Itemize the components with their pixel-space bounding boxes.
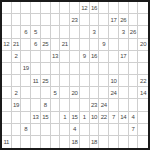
grid-cell-r12c6[interactable]	[51, 136, 61, 148]
clue-cell-r12c1[interactable]: 11	[2, 136, 12, 148]
grid-cell-r6c5[interactable]	[41, 63, 51, 75]
grid-cell-r5c5[interactable]	[41, 51, 51, 63]
grid-cell-r12c13[interactable]	[119, 136, 129, 148]
grid-cell-r6c6[interactable]	[51, 63, 61, 75]
grid-cell-r11c12[interactable]	[109, 124, 119, 136]
clue-cell-r5c13[interactable]: 17	[119, 51, 129, 63]
clue-cell-r3c13[interactable]: 3	[119, 26, 129, 38]
grid-cell-r11c10[interactable]	[90, 124, 100, 136]
grid-cell-r9c15[interactable]	[138, 99, 148, 111]
grid-cell-r8c9[interactable]	[80, 87, 90, 99]
grid-cell-r4c14[interactable]	[129, 39, 139, 51]
grid-cell-r8c10[interactable]	[90, 87, 100, 99]
clue-cell-r10c7[interactable]: 1	[60, 112, 70, 124]
clue-cell-r10c13[interactable]: 14	[119, 112, 129, 124]
grid-cell-r6c10[interactable]	[90, 63, 100, 75]
grid-cell-r7c9[interactable]	[80, 75, 90, 87]
grid-cell-r1c4[interactable]	[31, 2, 41, 14]
grid-cell-r12c14[interactable]	[129, 136, 139, 148]
grid-cell-r8c1[interactable]	[2, 87, 12, 99]
grid-cell-r5c3[interactable]	[21, 51, 31, 63]
grid-cell-r12c12[interactable]	[109, 136, 119, 148]
grid-cell-r7c13[interactable]	[119, 75, 129, 87]
grid-cell-r7c14[interactable]	[129, 75, 139, 87]
grid-cell-r12c4[interactable]	[31, 136, 41, 148]
clue-cell-r7c4[interactable]: 11	[31, 75, 41, 87]
grid-cell-r8c13[interactable]	[119, 87, 129, 99]
grid-cell-r6c7[interactable]	[60, 63, 70, 75]
grid-cell-r6c4[interactable]	[31, 63, 41, 75]
grid-cell-r1c12[interactable]	[109, 2, 119, 14]
grid-cell-r5c8[interactable]	[70, 51, 80, 63]
clue-cell-r7c5[interactable]: 25	[41, 75, 51, 87]
grid-cell-r12c3[interactable]	[21, 136, 31, 148]
grid-cell-r1c6[interactable]	[51, 2, 61, 14]
clue-cell-r4c15[interactable]: 20	[138, 39, 148, 51]
clue-cell-r5c9[interactable]: 9	[80, 51, 90, 63]
clue-cell-r8c12[interactable]: 24	[109, 87, 119, 99]
grid-cell-r10c3[interactable]	[21, 112, 31, 124]
grid-cell-r7c10[interactable]	[90, 75, 100, 87]
grid-cell-r6c2[interactable]	[12, 63, 22, 75]
grid-cell-r3c6[interactable]	[51, 26, 61, 38]
grid-cell-r5c7[interactable]	[60, 51, 70, 63]
grid-cell-r1c15[interactable]	[138, 2, 148, 14]
grid-cell-r1c7[interactable]	[60, 2, 70, 14]
clue-cell-r9c2[interactable]: 19	[12, 99, 22, 111]
clue-cell-r10c5[interactable]: 15	[41, 112, 51, 124]
grid-cell-r9c6[interactable]	[51, 99, 61, 111]
grid-cell-r8c4[interactable]	[31, 87, 41, 99]
clue-cell-r10c4[interactable]: 13	[31, 112, 41, 124]
grid-cell-r2c1[interactable]	[2, 14, 12, 26]
grid-cell-r5c1[interactable]	[2, 51, 12, 63]
numberlink-board: 1216231726653326122162521920213916171911…	[0, 0, 150, 150]
clue-cell-r1c10[interactable]: 16	[90, 2, 100, 14]
grid-cell-r9c8[interactable]	[70, 99, 80, 111]
grid-cell-r9c7[interactable]	[60, 99, 70, 111]
clue-cell-r3c3[interactable]: 6	[21, 26, 31, 38]
grid-cell-r9c13[interactable]	[119, 99, 129, 111]
grid-cell-r2c11[interactable]	[99, 14, 109, 26]
grid-cell-r3c8[interactable]	[70, 26, 80, 38]
clue-cell-r8c8[interactable]: 20	[70, 87, 80, 99]
grid-cell-r5c12[interactable]	[109, 51, 119, 63]
clue-cell-r10c11[interactable]: 22	[99, 112, 109, 124]
clue-cell-r5c6[interactable]: 13	[51, 51, 61, 63]
clue-cell-r12c10[interactable]: 18	[90, 136, 100, 148]
clue-cell-r2c13[interactable]: 26	[119, 14, 129, 26]
grid-cell-r10c1[interactable]	[2, 112, 12, 124]
grid-cell-r10c15[interactable]	[138, 112, 148, 124]
grid-cell-r1c5[interactable]	[41, 2, 51, 14]
clue-cell-r7c12[interactable]: 10	[109, 75, 119, 87]
grid-cell-r7c6[interactable]	[51, 75, 61, 87]
grid-cell-r2c10[interactable]	[90, 14, 100, 26]
grid-cell-r6c8[interactable]	[70, 63, 80, 75]
grid-cell-r2c2[interactable]	[12, 14, 22, 26]
clue-cell-r9c5[interactable]: 8	[41, 99, 51, 111]
grid-cell-r11c7[interactable]	[60, 124, 70, 136]
grid-cell-r3c11[interactable]	[99, 26, 109, 38]
grid-cell-r9c12[interactable]	[109, 99, 119, 111]
grid-cell-r6c12[interactable]	[109, 63, 119, 75]
clue-cell-r4c11[interactable]: 9	[99, 39, 109, 51]
grid-cell-r5c14[interactable]	[129, 51, 139, 63]
grid-cell-r1c14[interactable]	[129, 2, 139, 14]
grid-cell-r5c15[interactable]	[138, 51, 148, 63]
clue-cell-r3c14[interactable]: 26	[129, 26, 139, 38]
grid-cell-r4c12[interactable]	[109, 39, 119, 51]
grid-cell-r12c2[interactable]	[12, 136, 22, 148]
clue-cell-r9c10[interactable]: 23	[90, 99, 100, 111]
grid-cell-r11c4[interactable]	[31, 124, 41, 136]
clue-cell-r5c10[interactable]: 16	[90, 51, 100, 63]
grid-cell-r3c7[interactable]	[60, 26, 70, 38]
grid-cell-r9c14[interactable]	[129, 99, 139, 111]
grid-cell-r12c7[interactable]	[60, 136, 70, 148]
clue-cell-r3c10[interactable]: 3	[90, 26, 100, 38]
grid-cell-r6c14[interactable]	[129, 63, 139, 75]
grid-cell-r12c11[interactable]	[99, 136, 109, 148]
grid-cell-r7c2[interactable]	[12, 75, 22, 87]
grid-cell-r6c13[interactable]	[119, 63, 129, 75]
clue-cell-r3c4[interactable]: 5	[31, 26, 41, 38]
grid-cell-r11c15[interactable]	[138, 124, 148, 136]
grid-cell-r3c5[interactable]	[41, 26, 51, 38]
clue-cell-r6c3[interactable]: 19	[21, 63, 31, 75]
grid-cell-r1c13[interactable]	[119, 2, 129, 14]
clue-cell-r12c8[interactable]: 18	[70, 136, 80, 148]
grid-cell-r7c3[interactable]	[21, 75, 31, 87]
clue-cell-r4c1[interactable]: 12	[2, 39, 12, 51]
grid-cell-r1c8[interactable]	[70, 2, 80, 14]
grid-cell-r1c1[interactable]	[2, 2, 12, 14]
grid-cell-r3c12[interactable]	[109, 26, 119, 38]
clue-cell-r11c8[interactable]: 4	[70, 124, 80, 136]
grid-cell-r7c1[interactable]	[2, 75, 12, 87]
grid-cell-r8c14[interactable]	[129, 87, 139, 99]
grid-cell-r9c3[interactable]	[21, 99, 31, 111]
clue-cell-r1c9[interactable]: 12	[80, 2, 90, 14]
grid-cell-r8c7[interactable]	[60, 87, 70, 99]
grid-cell-r1c2[interactable]	[12, 2, 22, 14]
grid-cell-r12c9[interactable]	[80, 136, 90, 148]
grid-cell-r2c14[interactable]	[129, 14, 139, 26]
grid-cell-r8c3[interactable]	[21, 87, 31, 99]
grid-cell-r2c3[interactable]	[21, 14, 31, 26]
grid-cell-r3c2[interactable]	[12, 26, 22, 38]
clue-cell-r10c10[interactable]: 10	[90, 112, 100, 124]
grid-cell-r4c9[interactable]	[80, 39, 90, 51]
grid-cell-r11c13[interactable]	[119, 124, 129, 136]
grid-cell-r12c5[interactable]	[41, 136, 51, 148]
clue-cell-r10c9[interactable]: 1	[80, 112, 90, 124]
clue-cell-r10c8[interactable]: 15	[70, 112, 80, 124]
grid-cell-r8c11[interactable]	[99, 87, 109, 99]
grid-cell-r2c5[interactable]	[41, 14, 51, 26]
clue-cell-r11c14[interactable]: 7	[129, 124, 139, 136]
grid-cell-r3c15[interactable]	[138, 26, 148, 38]
grid-cell-r10c6[interactable]	[51, 112, 61, 124]
grid-cell-r4c8[interactable]	[70, 39, 80, 51]
grid-cell-r6c9[interactable]	[80, 63, 90, 75]
grid-cell-r2c9[interactable]	[80, 14, 90, 26]
grid-cell-r12c15[interactable]	[138, 136, 148, 148]
clue-cell-r10c14[interactable]: 4	[129, 112, 139, 124]
clue-cell-r4c4[interactable]: 6	[31, 39, 41, 51]
grid-cell-r9c9[interactable]	[80, 99, 90, 111]
grid-cell-r4c3[interactable]	[21, 39, 31, 51]
clue-cell-r8c15[interactable]: 14	[138, 87, 148, 99]
grid-cell-r2c6[interactable]	[51, 14, 61, 26]
grid-cell-r2c4[interactable]	[31, 14, 41, 26]
clue-cell-r4c2[interactable]: 21	[12, 39, 22, 51]
grid-cell-r3c9[interactable]	[80, 26, 90, 38]
grid-cell-r11c1[interactable]	[2, 124, 12, 136]
grid-cell-r4c13[interactable]	[119, 39, 129, 51]
clue-cell-r8c2[interactable]: 2	[12, 87, 22, 99]
grid-cell-r7c11[interactable]	[99, 75, 109, 87]
grid-cell-r6c1[interactable]	[2, 63, 12, 75]
grid-cell-r10c2[interactable]	[12, 112, 22, 124]
clue-cell-r2c12[interactable]: 17	[109, 14, 119, 26]
grid-cell-r5c11[interactable]	[99, 51, 109, 63]
grid-cell-r6c15[interactable]	[138, 63, 148, 75]
grid-cell-r11c5[interactable]	[41, 124, 51, 136]
grid-cell-r2c7[interactable]	[60, 14, 70, 26]
grid-cell-r9c4[interactable]	[31, 99, 41, 111]
grid-cell-r1c3[interactable]	[21, 2, 31, 14]
grid-cell-r11c11[interactable]	[99, 124, 109, 136]
grid-cell-r5c4[interactable]	[31, 51, 41, 63]
grid-cell-r7c7[interactable]	[60, 75, 70, 87]
grid-cell-r8c5[interactable]	[41, 87, 51, 99]
grid-cell-r11c2[interactable]	[12, 124, 22, 136]
clue-cell-r4c5[interactable]: 25	[41, 39, 51, 51]
grid-cell-r3c1[interactable]	[2, 26, 12, 38]
clue-cell-r5c2[interactable]: 2	[12, 51, 22, 63]
grid-cell-r1c11[interactable]	[99, 2, 109, 14]
grid-cell-r4c6[interactable]	[51, 39, 61, 51]
clue-cell-r10c12[interactable]: 7	[109, 112, 119, 124]
grid-cell-r6c11[interactable]	[99, 63, 109, 75]
grid-cell-r4c10[interactable]	[90, 39, 100, 51]
clue-cell-r4c7[interactable]: 21	[60, 39, 70, 51]
grid-cell-r7c8[interactable]	[70, 75, 80, 87]
grid-cell-r2c15[interactable]	[138, 14, 148, 26]
grid-cell-r11c6[interactable]	[51, 124, 61, 136]
grid-cell-r9c1[interactable]	[2, 99, 12, 111]
clue-cell-r8c6[interactable]: 5	[51, 87, 61, 99]
clue-cell-r2c8[interactable]: 23	[70, 14, 80, 26]
clue-cell-r9c11[interactable]: 24	[99, 99, 109, 111]
clue-cell-r11c3[interactable]: 8	[21, 124, 31, 136]
clue-cell-r7c15[interactable]: 22	[138, 75, 148, 87]
grid-cell-r11c9[interactable]	[80, 124, 90, 136]
